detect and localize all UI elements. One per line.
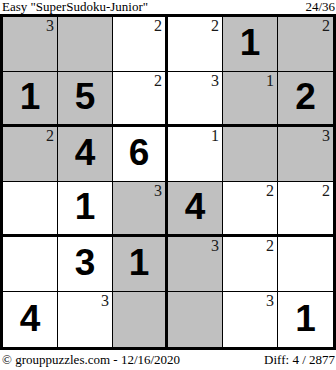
cell-r4c1[interactable] xyxy=(3,182,58,237)
puzzle-title: Easy "SuperSudoku-Junior" xyxy=(2,0,148,13)
cell-r5c3[interactable]: 1 xyxy=(113,237,168,292)
given-digit: 2 xyxy=(278,72,333,124)
corner-hint-digit: 3 xyxy=(101,292,109,310)
cell-r5c2[interactable]: 3 xyxy=(58,237,113,292)
corner-hint-digit: 3 xyxy=(322,127,330,145)
given-digit: 1 xyxy=(278,292,333,347)
corner-hint-digit: 3 xyxy=(266,292,274,310)
given-digit: 4 xyxy=(3,292,57,347)
footer: © grouppuzzles.com - 12/16/2020 Diff: 4 … xyxy=(0,350,336,369)
cell-r4c3[interactable]: 3 xyxy=(113,182,168,237)
given-digit: 1 xyxy=(3,72,57,124)
given-digit: 1 xyxy=(113,237,165,291)
cell-r6c4[interactable] xyxy=(168,292,223,347)
cell-r2c6[interactable]: 2 xyxy=(278,72,333,127)
corner-hint-digit: 2 xyxy=(266,182,274,200)
cell-r3c4[interactable]: 1 xyxy=(168,127,223,182)
sudoku-grid: 32212152312246131342231324331 xyxy=(0,14,336,350)
cell-r4c2[interactable]: 1 xyxy=(58,182,113,237)
cell-r3c3[interactable]: 6 xyxy=(113,127,168,182)
cell-r3c1[interactable]: 2 xyxy=(3,127,58,182)
cell-r1c6[interactable]: 2 xyxy=(278,17,333,72)
cell-r4c6[interactable]: 2 xyxy=(278,182,333,237)
cell-r2c2[interactable]: 5 xyxy=(58,72,113,127)
cell-r1c3[interactable]: 2 xyxy=(113,17,168,72)
cell-r2c3[interactable]: 2 xyxy=(113,72,168,127)
given-digit: 4 xyxy=(58,127,112,181)
corner-hint-digit: 1 xyxy=(211,127,219,145)
given-digit: 3 xyxy=(58,237,112,291)
cell-r6c2[interactable]: 3 xyxy=(58,292,113,347)
corner-hint-digit: 3 xyxy=(211,237,219,255)
puzzle-page: Easy "SuperSudoku-Junior" 24/36 32212152… xyxy=(0,0,336,370)
cell-r4c5[interactable]: 2 xyxy=(223,182,278,237)
cell-r6c1[interactable]: 4 xyxy=(3,292,58,347)
cell-r5c5[interactable]: 2 xyxy=(223,237,278,292)
cell-r3c5[interactable] xyxy=(223,127,278,182)
given-digit: 5 xyxy=(58,72,112,124)
corner-hint-digit: 2 xyxy=(46,127,54,145)
corner-hint-digit: 2 xyxy=(266,237,274,255)
puzzle-number: 24/36 xyxy=(305,0,335,13)
corner-hint-digit: 2 xyxy=(211,17,219,35)
corner-hint-digit: 2 xyxy=(154,72,162,90)
cell-r2c1[interactable]: 1 xyxy=(3,72,58,127)
cell-r3c2[interactable]: 4 xyxy=(58,127,113,182)
cell-r1c4[interactable]: 2 xyxy=(168,17,223,72)
cell-r6c3[interactable] xyxy=(113,292,168,347)
cell-r6c6[interactable]: 1 xyxy=(278,292,333,347)
cell-r5c6[interactable] xyxy=(278,237,333,292)
given-digit: 1 xyxy=(223,17,277,71)
given-digit: 6 xyxy=(113,127,165,181)
cell-r6c5[interactable]: 3 xyxy=(223,292,278,347)
cell-r1c2[interactable] xyxy=(58,17,113,72)
corner-hint-digit: 3 xyxy=(154,182,162,200)
corner-hint-digit: 2 xyxy=(322,182,330,200)
cell-r2c4[interactable]: 3 xyxy=(168,72,223,127)
cell-r4c4[interactable]: 4 xyxy=(168,182,223,237)
difficulty-label: Diff: 4 / 2877 xyxy=(264,353,335,367)
corner-hint-digit: 1 xyxy=(266,72,274,90)
cell-r1c1[interactable]: 3 xyxy=(3,17,58,72)
corner-hint-digit: 2 xyxy=(322,17,330,35)
corner-hint-digit: 3 xyxy=(211,72,219,90)
cell-r5c1[interactable] xyxy=(3,237,58,292)
corner-hint-digit: 3 xyxy=(46,17,54,35)
copyright-credit: © grouppuzzles.com - 12/16/2020 xyxy=(2,353,180,367)
cell-r3c6[interactable]: 3 xyxy=(278,127,333,182)
cell-r2c5[interactable]: 1 xyxy=(223,72,278,127)
given-digit: 4 xyxy=(168,182,222,234)
corner-hint-digit: 2 xyxy=(154,17,162,35)
cell-r1c5[interactable]: 1 xyxy=(223,17,278,72)
header: Easy "SuperSudoku-Junior" 24/36 xyxy=(0,0,336,14)
cell-r5c4[interactable]: 3 xyxy=(168,237,223,292)
given-digit: 1 xyxy=(58,182,112,234)
